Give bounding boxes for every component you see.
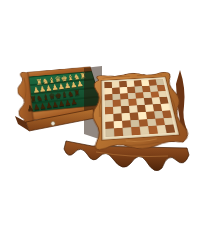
drawer-knob (51, 122, 55, 126)
board-cell (105, 129, 114, 138)
chess-board-grid (104, 79, 175, 137)
board-cell (165, 125, 175, 133)
product-photo: ♜♞♝♛♚♝♞♜ ♟♟♟♟♟♟♟♟ ♜♞♝♛♚♝♞♜ ♟♟♟♟♟♟♟♟ (0, 0, 200, 250)
chess-board (102, 77, 179, 140)
